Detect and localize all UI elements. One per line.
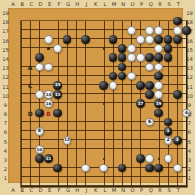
col-label-top-t: T [177, 1, 180, 7]
col-label-bottom-o: O [130, 187, 134, 193]
black-stone-r16 [164, 44, 173, 53]
move-number-stone-d11: 14 [44, 90, 53, 99]
col-label-top-j: J [86, 1, 88, 7]
row-label-right-3: 3 [188, 157, 191, 163]
black-stone-p12 [145, 81, 154, 90]
row-label-right-19: 19 [186, 10, 193, 16]
col-label-top-l: L [103, 1, 106, 7]
star-point [158, 158, 160, 160]
col-label-top-r: R [158, 1, 162, 7]
col-label-top-p: P [140, 1, 143, 7]
col-label-top-a: A [11, 1, 15, 7]
row-label-left-10: 10 [2, 93, 9, 99]
go-board[interactable]: 151317191311141646821210ACDB [8, 8, 183, 183]
row-label-right-5: 5 [188, 139, 191, 145]
move-number-stone-e12: 15 [53, 81, 62, 90]
col-label-top-m: M [112, 1, 116, 7]
black-stone-p11 [145, 90, 154, 99]
col-label-bottom-n: N [121, 187, 125, 193]
black-stone-l17 [109, 35, 118, 44]
row-label-left-9: 9 [4, 102, 7, 108]
white-stone-l12 [109, 81, 118, 90]
row-label-left-4: 4 [4, 148, 7, 154]
white-stone-o15 [136, 53, 145, 62]
row-label-left-19: 19 [2, 10, 9, 16]
row-label-right-8: 8 [188, 111, 191, 117]
col-label-bottom-d: D [39, 187, 43, 193]
col-label-bottom-p: P [140, 187, 143, 193]
row-label-left-1: 1 [4, 175, 7, 181]
col-label-top-b: B [20, 1, 24, 7]
white-stone-p14 [145, 63, 154, 72]
col-label-bottom-t: T [177, 187, 180, 193]
col-label-bottom-a: A [11, 187, 15, 193]
col-label-top-g: G [66, 1, 70, 7]
white-stone-n13 [127, 72, 136, 81]
col-label-bottom-g: G [66, 187, 70, 193]
col-label-top-c: C [30, 1, 34, 7]
col-label-bottom-b: B [20, 187, 24, 193]
white-stone-s18 [173, 26, 182, 35]
col-label-bottom-l: L [103, 187, 106, 193]
black-stone-r17 [164, 35, 173, 44]
white-stone-q11 [154, 90, 163, 99]
row-label-right-2: 2 [188, 166, 191, 172]
row-label-right-13: 13 [186, 65, 193, 71]
black-stone-s11 [173, 90, 182, 99]
col-label-bottom-j: J [86, 187, 88, 193]
col-label-top-e: E [48, 1, 51, 7]
col-label-bottom-k: K [94, 187, 97, 193]
move-number-stone-d4: 11 [44, 154, 53, 163]
move-number-stone-o10: 17 [136, 99, 145, 108]
row-label-right-4: 4 [188, 148, 191, 154]
star-point [103, 103, 105, 105]
col-label-top-h: H [75, 1, 79, 7]
col-label-top-q: Q [149, 1, 153, 7]
move-number-stone-r7: 1 [164, 127, 173, 136]
row-label-left-18: 18 [2, 19, 9, 25]
black-stone-o12 [136, 81, 145, 90]
white-stone-c11 [35, 90, 44, 99]
move-number-stone-c7: 8 [35, 127, 44, 136]
col-label-top-d: D [39, 1, 43, 7]
black-stone-s17 [173, 35, 182, 44]
col-label-top-s: S [168, 1, 171, 7]
black-stone-s19 [173, 17, 182, 26]
row-label-left-15: 15 [2, 47, 9, 53]
white-stone-s3 [173, 164, 182, 173]
black-stone-f17 [63, 35, 72, 44]
col-label-top-n: N [121, 1, 125, 7]
col-label-bottom-c: C [30, 187, 34, 193]
board-grid: 151317191311141646821210ACDB [21, 21, 187, 187]
row-label-left-5: 5 [4, 139, 7, 145]
row-label-right-12: 12 [186, 74, 193, 80]
black-stone-c4 [35, 154, 44, 163]
col-label-bottom-e: E [48, 187, 51, 193]
black-stone-o4 [136, 154, 145, 163]
row-label-left-6: 6 [4, 129, 7, 135]
row-label-right-17: 17 [186, 28, 193, 34]
white-stone-n18 [127, 26, 136, 35]
col-label-top-k: K [94, 1, 97, 7]
col-label-bottom-q: Q [149, 187, 153, 193]
white-stone-n15 [127, 53, 136, 62]
black-stone-h17 [81, 35, 90, 44]
black-stone-c9 [35, 109, 44, 118]
row-label-right-9: 9 [188, 102, 191, 108]
row-label-left-3: 3 [4, 157, 7, 163]
col-label-top-o: O [130, 1, 134, 7]
white-stone-h3 [81, 164, 90, 173]
row-label-left-16: 16 [2, 38, 9, 44]
col-label-bottom-s: S [168, 187, 171, 193]
row-label-right-15: 15 [186, 47, 193, 53]
white-stone-q18 [154, 26, 163, 35]
white-stone-n16 [127, 44, 136, 53]
star-point [103, 47, 105, 49]
move-number-stone-c5: 10 [35, 145, 44, 154]
board-letter-a: A [28, 63, 33, 70]
move-number-stone-s6: 3 [173, 136, 182, 145]
row-label-left-11: 11 [2, 84, 9, 90]
white-stone-q16 [154, 44, 163, 53]
black-stone-q17 [154, 35, 163, 44]
white-stone-d14 [44, 63, 53, 72]
move-number-stone-e11: 13 [53, 90, 62, 99]
row-label-right-10: 10 [186, 93, 193, 99]
row-label-right-1: 1 [188, 175, 191, 181]
white-stone-p17 [145, 35, 154, 44]
row-label-right-11: 11 [186, 84, 193, 90]
col-label-top-f: F [57, 1, 60, 7]
row-label-left-17: 17 [2, 28, 9, 34]
black-stone-p15 [145, 53, 154, 62]
white-stone-c14 [35, 63, 44, 72]
row-label-left-14: 14 [2, 56, 9, 62]
col-label-bottom-f: F [57, 187, 60, 193]
white-stone-e16 [53, 44, 62, 53]
row-label-left-2: 2 [4, 166, 7, 172]
row-label-right-14: 14 [186, 56, 193, 62]
row-label-left-7: 7 [4, 120, 7, 126]
row-label-right-16: 16 [186, 38, 193, 44]
row-label-left-13: 13 [2, 65, 9, 71]
row-label-right-7: 7 [188, 120, 191, 126]
white-stone-q12 [154, 81, 163, 90]
col-label-bottom-r: R [158, 187, 162, 193]
white-stone-p18 [145, 26, 154, 35]
row-label-left-8: 8 [4, 111, 7, 117]
col-label-bottom-m: M [112, 187, 116, 193]
row-label-left-12: 12 [2, 74, 9, 80]
move-number-stone-r6: 2 [164, 136, 173, 145]
move-number-stone-d10: 16 [44, 99, 53, 108]
board-letter-b: B [46, 109, 51, 116]
move-number-stone-f6: 12 [63, 136, 72, 145]
board-letter-d: D [28, 109, 33, 116]
row-label-right-6: 6 [188, 129, 191, 135]
board-letter-c: C [28, 82, 32, 89]
white-stone-o17 [136, 35, 145, 44]
row-label-right-18: 18 [186, 19, 193, 25]
black-stone-c15 [35, 53, 44, 62]
black-stone-k12 [99, 81, 108, 90]
col-label-bottom-h: H [75, 187, 79, 193]
star-point [47, 47, 49, 49]
white-stone-d17 [44, 35, 53, 44]
star-point [103, 158, 105, 160]
go-diagram: 151317191311141646821210ACDB AABBCCDDEEF… [0, 0, 195, 195]
